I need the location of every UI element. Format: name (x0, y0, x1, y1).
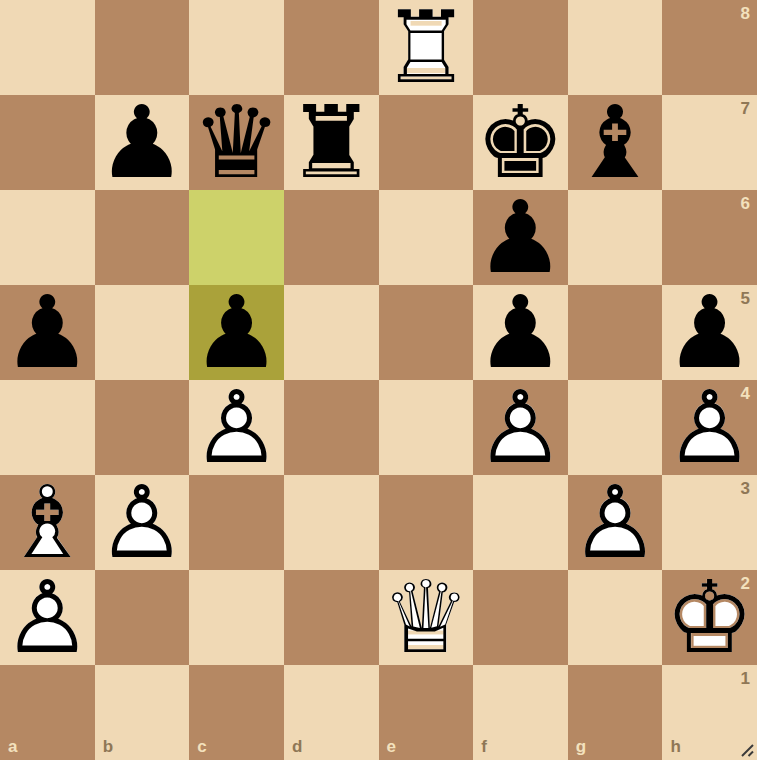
square-a4[interactable] (0, 380, 95, 475)
piece-glyph-outline: ♕ (379, 570, 474, 665)
square-h3[interactable]: 3 (662, 475, 757, 570)
piece-white-pawn[interactable]: ♟♙ (95, 475, 190, 570)
piece-black-rook[interactable]: ♜ (284, 95, 379, 190)
square-f4[interactable]: ♟♙ (473, 380, 568, 475)
piece-glyph-fill: ♟ (189, 380, 284, 475)
resize-grip-lines (739, 742, 755, 758)
square-b7[interactable]: ♟ (95, 95, 190, 190)
square-f2[interactable] (473, 570, 568, 665)
piece-white-king[interactable]: ♚♔ (662, 570, 757, 665)
square-c1[interactable]: c (189, 665, 284, 760)
square-h8[interactable]: 8 (662, 0, 757, 95)
square-g6[interactable] (568, 190, 663, 285)
square-g8[interactable] (568, 0, 663, 95)
square-g7[interactable]: ♝ (568, 95, 663, 190)
square-e2[interactable]: ♛♕ (379, 570, 474, 665)
coordinate-file-h: h (670, 738, 680, 755)
piece-glyph-fill: ♜ (284, 95, 379, 190)
square-c8[interactable] (189, 0, 284, 95)
square-d8[interactable] (284, 0, 379, 95)
piece-glyph-outline: ♖ (379, 0, 474, 95)
piece-glyph-fill: ♟ (662, 285, 757, 380)
square-g1[interactable]: g (568, 665, 663, 760)
square-d6[interactable] (284, 190, 379, 285)
piece-black-pawn[interactable]: ♟ (0, 285, 95, 380)
coordinate-file-d: d (292, 738, 302, 755)
piece-black-queen[interactable]: ♛ (189, 95, 284, 190)
square-b2[interactable] (95, 570, 190, 665)
piece-black-pawn[interactable]: ♟ (95, 95, 190, 190)
square-b5[interactable] (95, 285, 190, 380)
coordinate-file-g: g (576, 738, 586, 755)
coordinate-rank-6: 6 (741, 195, 750, 212)
square-c6-lastmove-highlight[interactable] (189, 190, 284, 285)
piece-glyph-outline: ♙ (0, 570, 95, 665)
square-b4[interactable] (95, 380, 190, 475)
square-e6[interactable] (379, 190, 474, 285)
piece-black-pawn[interactable]: ♟ (189, 285, 284, 380)
square-e1[interactable]: e (379, 665, 474, 760)
square-a7[interactable] (0, 95, 95, 190)
chess-board: ♜♖8♟♛♜♚♝7♟6♟♟♟♟5♟♙♟♙♟♙4♝♗♟♙♟♙3♟♙♛♕♚♔2abc… (0, 0, 757, 760)
square-f7[interactable]: ♚ (473, 95, 568, 190)
square-d4[interactable] (284, 380, 379, 475)
piece-glyph-outline: ♔ (662, 570, 757, 665)
piece-glyph-fill: ♝ (0, 475, 95, 570)
square-b6[interactable] (95, 190, 190, 285)
piece-glyph-fill: ♟ (568, 475, 663, 570)
piece-glyph-fill: ♝ (568, 95, 663, 190)
piece-glyph-fill: ♟ (473, 190, 568, 285)
piece-glyph-fill: ♟ (95, 475, 190, 570)
piece-glyph-fill: ♟ (189, 285, 284, 380)
square-a5[interactable]: ♟ (0, 285, 95, 380)
piece-glyph-fill: ♟ (473, 285, 568, 380)
piece-glyph-outline: ♙ (473, 380, 568, 475)
piece-glyph-fill: ♟ (0, 285, 95, 380)
square-c5-lastmove-highlight[interactable]: ♟ (189, 285, 284, 380)
piece-glyph-outline: ♗ (0, 475, 95, 570)
piece-glyph-fill: ♟ (95, 95, 190, 190)
resize-handle-icon[interactable] (739, 742, 755, 758)
square-h5[interactable]: ♟5 (662, 285, 757, 380)
square-d1[interactable]: d (284, 665, 379, 760)
square-f6[interactable]: ♟ (473, 190, 568, 285)
square-h4[interactable]: ♟♙4 (662, 380, 757, 475)
chess-board-wrap: ♜♖8♟♛♜♚♝7♟6♟♟♟♟5♟♙♟♙♟♙4♝♗♟♙♟♙3♟♙♛♕♚♔2abc… (0, 0, 757, 760)
piece-black-king[interactable]: ♚ (473, 95, 568, 190)
square-h2[interactable]: ♚♔2 (662, 570, 757, 665)
square-d3[interactable] (284, 475, 379, 570)
piece-glyph-fill: ♛ (189, 95, 284, 190)
piece-glyph-fill: ♚ (662, 570, 757, 665)
square-g4[interactable] (568, 380, 663, 475)
piece-white-bishop[interactable]: ♝♗ (0, 475, 95, 570)
piece-glyph-outline: ♙ (189, 380, 284, 475)
coordinate-file-b: b (103, 738, 113, 755)
square-f3[interactable] (473, 475, 568, 570)
square-e4[interactable] (379, 380, 474, 475)
piece-glyph-fill: ♟ (0, 570, 95, 665)
square-f8[interactable] (473, 0, 568, 95)
piece-white-pawn[interactable]: ♟♙ (473, 380, 568, 475)
coordinate-rank-7: 7 (741, 100, 750, 117)
square-a2[interactable]: ♟♙ (0, 570, 95, 665)
square-d7[interactable]: ♜ (284, 95, 379, 190)
piece-glyph-fill: ♚ (473, 95, 568, 190)
piece-glyph-fill: ♟ (662, 380, 757, 475)
square-b8[interactable] (95, 0, 190, 95)
square-h6[interactable]: 6 (662, 190, 757, 285)
piece-black-bishop[interactable]: ♝ (568, 95, 663, 190)
piece-white-rook[interactable]: ♜♖ (379, 0, 474, 95)
coordinate-rank-3: 3 (741, 480, 750, 497)
square-h7[interactable]: 7 (662, 95, 757, 190)
square-a8[interactable] (0, 0, 95, 95)
square-g5[interactable] (568, 285, 663, 380)
square-c4[interactable]: ♟♙ (189, 380, 284, 475)
square-f1[interactable]: f (473, 665, 568, 760)
piece-glyph-outline: ♙ (95, 475, 190, 570)
square-b1[interactable]: b (95, 665, 190, 760)
square-a1[interactable]: a (0, 665, 95, 760)
piece-white-pawn[interactable]: ♟♙ (189, 380, 284, 475)
piece-glyph-fill: ♟ (473, 380, 568, 475)
square-e8[interactable]: ♜♖ (379, 0, 474, 95)
square-b3[interactable]: ♟♙ (95, 475, 190, 570)
piece-white-pawn[interactable]: ♟♙ (568, 475, 663, 570)
square-d5[interactable] (284, 285, 379, 380)
square-c3[interactable] (189, 475, 284, 570)
square-g2[interactable] (568, 570, 663, 665)
square-c2[interactable] (189, 570, 284, 665)
square-e3[interactable] (379, 475, 474, 570)
coordinate-rank-1: 1 (741, 670, 750, 687)
piece-glyph-outline: ♙ (662, 380, 757, 475)
piece-glyph-fill: ♜ (379, 0, 474, 95)
square-f5[interactable]: ♟ (473, 285, 568, 380)
coordinate-file-e: e (387, 738, 396, 755)
piece-white-pawn[interactable]: ♟♙ (0, 570, 95, 665)
coordinate-rank-8: 8 (741, 5, 750, 22)
coordinate-file-f: f (481, 738, 487, 755)
square-e7[interactable] (379, 95, 474, 190)
square-g3[interactable]: ♟♙ (568, 475, 663, 570)
coordinate-file-c: c (197, 738, 206, 755)
piece-glyph-fill: ♛ (379, 570, 474, 665)
square-e5[interactable] (379, 285, 474, 380)
piece-white-pawn[interactable]: ♟♙ (662, 380, 757, 475)
square-c7[interactable]: ♛ (189, 95, 284, 190)
coordinate-file-a: a (8, 738, 17, 755)
square-a6[interactable] (0, 190, 95, 285)
piece-black-pawn[interactable]: ♟ (473, 285, 568, 380)
piece-black-pawn[interactable]: ♟ (662, 285, 757, 380)
piece-black-pawn[interactable]: ♟ (473, 190, 568, 285)
square-d2[interactable] (284, 570, 379, 665)
square-a3[interactable]: ♝♗ (0, 475, 95, 570)
piece-white-queen[interactable]: ♛♕ (379, 570, 474, 665)
piece-glyph-outline: ♙ (568, 475, 663, 570)
